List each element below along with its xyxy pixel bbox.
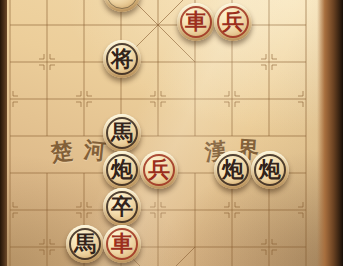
piece-character: 馬 [111, 122, 133, 144]
piece-character: 炮 [111, 159, 133, 181]
piece-black-general[interactable]: 将 [103, 40, 141, 78]
piece-red-chariot[interactable]: 車 [177, 3, 215, 41]
piece-black-cannon[interactable]: 炮 [251, 151, 289, 189]
piece-character: 車 [185, 11, 207, 33]
piece-character: 卒 [111, 196, 133, 218]
board-frame-left [0, 0, 7, 266]
piece-character: 炮 [222, 159, 244, 181]
xiangqi-board[interactable]: 楚 河 漢 界 車兵将馬炮兵炮炮卒馬車 [0, 0, 343, 266]
piece-character: 兵 [222, 11, 244, 33]
piece-black-horse[interactable]: 馬 [66, 225, 104, 263]
piece-character: 馬 [74, 233, 96, 255]
river-text-chu: 楚 [50, 140, 75, 165]
piece-character: 車 [111, 233, 133, 255]
piece-red-soldier[interactable]: 兵 [214, 3, 252, 41]
piece-character: 将 [111, 48, 133, 70]
board-frame-right [317, 0, 343, 266]
piece-character: 炮 [259, 159, 281, 181]
piece-red-soldier[interactable]: 兵 [140, 151, 178, 189]
piece-black-soldier[interactable]: 卒 [103, 188, 141, 226]
piece-black-horse[interactable]: 馬 [103, 114, 141, 152]
board-grid [0, 0, 343, 266]
piece-red-chariot[interactable]: 車 [103, 225, 141, 263]
piece-ring [106, 0, 138, 9]
piece-black-cannon[interactable]: 炮 [214, 151, 252, 189]
piece-character: 兵 [148, 159, 170, 181]
river-text-he: 河 [83, 139, 107, 163]
piece-black-cannon[interactable]: 炮 [103, 151, 141, 189]
